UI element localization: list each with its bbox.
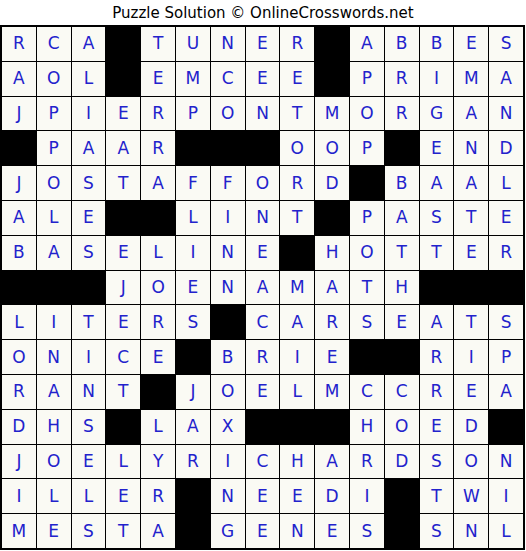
cell-r9c9: A bbox=[280, 305, 314, 339]
cell-r5c8: O bbox=[246, 166, 280, 200]
block-r8c2 bbox=[37, 271, 71, 305]
cell-r15c1: M bbox=[2, 514, 36, 548]
cell-r14c10: D bbox=[315, 479, 349, 513]
cell-r11c10: M bbox=[315, 375, 349, 409]
cell-r9c8: C bbox=[246, 305, 280, 339]
cell-r9c1: L bbox=[2, 305, 36, 339]
cell-r14c1: I bbox=[2, 479, 36, 513]
cell-r13c3: E bbox=[72, 445, 106, 479]
cell-r7c11: O bbox=[350, 236, 384, 270]
cell-r1c15: S bbox=[489, 27, 523, 61]
block-r2c4 bbox=[106, 62, 140, 96]
cell-r1c2: C bbox=[37, 27, 71, 61]
cell-r6c7: I bbox=[211, 201, 245, 235]
cell-r12c3: S bbox=[72, 410, 106, 444]
cell-r4c14: N bbox=[454, 131, 488, 165]
block-r12c10 bbox=[315, 410, 349, 444]
cell-r11c15: A bbox=[489, 375, 523, 409]
cell-r9c4: E bbox=[106, 305, 140, 339]
cell-r5c6: F bbox=[176, 166, 210, 200]
cell-r14c8: E bbox=[246, 479, 280, 513]
cell-r7c12: T bbox=[385, 236, 419, 270]
cell-r4c3: A bbox=[72, 131, 106, 165]
cell-r11c13: R bbox=[420, 375, 454, 409]
block-r14c6 bbox=[176, 479, 210, 513]
cell-r5c10: D bbox=[315, 166, 349, 200]
cell-r14c9: E bbox=[280, 479, 314, 513]
cell-r13c8: C bbox=[246, 445, 280, 479]
block-r5c11 bbox=[350, 166, 384, 200]
cell-r9c11: S bbox=[350, 305, 384, 339]
cell-r2c11: P bbox=[350, 62, 384, 96]
cell-r11c1: R bbox=[2, 375, 36, 409]
cell-r10c2: N bbox=[37, 340, 71, 374]
cell-r3c5: R bbox=[141, 97, 175, 131]
cell-r1c11: A bbox=[350, 27, 384, 61]
cell-r2c15: A bbox=[489, 62, 523, 96]
cell-r5c3: S bbox=[72, 166, 106, 200]
cell-r14c14: W bbox=[454, 479, 488, 513]
block-r12c4 bbox=[106, 410, 140, 444]
cell-r7c14: E bbox=[454, 236, 488, 270]
cell-r6c12: A bbox=[385, 201, 419, 235]
block-r8c15 bbox=[489, 271, 523, 305]
cell-r6c3: E bbox=[72, 201, 106, 235]
cell-r3c9: T bbox=[280, 97, 314, 131]
cell-r8c7: N bbox=[211, 271, 245, 305]
cell-r15c8: E bbox=[246, 514, 280, 548]
block-r12c15 bbox=[489, 410, 523, 444]
cell-r10c13: R bbox=[420, 340, 454, 374]
cell-r12c6: A bbox=[176, 410, 210, 444]
cell-r9c13: A bbox=[420, 305, 454, 339]
cell-r11c6: J bbox=[176, 375, 210, 409]
cell-r3c14: A bbox=[454, 97, 488, 131]
block-r2c10 bbox=[315, 62, 349, 96]
cell-r3c3: I bbox=[72, 97, 106, 131]
cell-r12c13: E bbox=[420, 410, 454, 444]
block-r12c9 bbox=[280, 410, 314, 444]
cell-r7c13: T bbox=[420, 236, 454, 270]
cell-r7c10: H bbox=[315, 236, 349, 270]
cell-r4c4: A bbox=[106, 131, 140, 165]
block-r14c12 bbox=[385, 479, 419, 513]
cell-r2c5: E bbox=[141, 62, 175, 96]
cell-r13c2: O bbox=[37, 445, 71, 479]
cell-r15c13: S bbox=[420, 514, 454, 548]
cell-r3c7: O bbox=[211, 97, 245, 131]
cell-r14c15: I bbox=[489, 479, 523, 513]
cell-r4c13: E bbox=[420, 131, 454, 165]
cell-r4c15: D bbox=[489, 131, 523, 165]
cell-r14c2: L bbox=[37, 479, 71, 513]
puzzle-solution-page: Puzzle Solution © OnlineCrosswords.net R… bbox=[0, 0, 526, 551]
cell-r1c7: N bbox=[211, 27, 245, 61]
cell-r8c8: A bbox=[246, 271, 280, 305]
block-r6c4 bbox=[106, 201, 140, 235]
cell-r12c5: L bbox=[141, 410, 175, 444]
cell-r4c10: O bbox=[315, 131, 349, 165]
block-r4c12 bbox=[385, 131, 419, 165]
cell-r2c14: M bbox=[454, 62, 488, 96]
cell-r1c5: T bbox=[141, 27, 175, 61]
cell-r8c5: O bbox=[141, 271, 175, 305]
cell-r10c1: O bbox=[2, 340, 36, 374]
cell-r6c13: S bbox=[420, 201, 454, 235]
cell-r3c15: N bbox=[489, 97, 523, 131]
block-r4c8 bbox=[246, 131, 280, 165]
cell-r11c3: N bbox=[72, 375, 106, 409]
cell-r5c4: T bbox=[106, 166, 140, 200]
block-r8c13 bbox=[420, 271, 454, 305]
cell-r2c8: E bbox=[246, 62, 280, 96]
block-r15c6 bbox=[176, 514, 210, 548]
cell-r11c12: C bbox=[385, 375, 419, 409]
block-r9c7 bbox=[211, 305, 245, 339]
block-r15c12 bbox=[385, 514, 419, 548]
cell-r13c6: R bbox=[176, 445, 210, 479]
cell-r10c10: E bbox=[315, 340, 349, 374]
cell-r7c1: B bbox=[2, 236, 36, 270]
cell-r9c6: S bbox=[176, 305, 210, 339]
cell-r1c1: R bbox=[2, 27, 36, 61]
cell-r13c11: R bbox=[350, 445, 384, 479]
cell-r7c8: E bbox=[246, 236, 280, 270]
cell-r1c3: A bbox=[72, 27, 106, 61]
block-r6c5 bbox=[141, 201, 175, 235]
cell-r6c6: L bbox=[176, 201, 210, 235]
block-r4c6 bbox=[176, 131, 210, 165]
cell-r2c9: E bbox=[280, 62, 314, 96]
cell-r12c7: X bbox=[211, 410, 245, 444]
cell-r1c6: U bbox=[176, 27, 210, 61]
cell-r10c9: I bbox=[280, 340, 314, 374]
cell-r8c11: T bbox=[350, 271, 384, 305]
cell-r7c7: N bbox=[211, 236, 245, 270]
block-r10c12 bbox=[385, 340, 419, 374]
block-r7c9 bbox=[280, 236, 314, 270]
cell-r5c12: B bbox=[385, 166, 419, 200]
cell-r9c12: E bbox=[385, 305, 419, 339]
cell-r12c14: D bbox=[454, 410, 488, 444]
cell-r15c2: E bbox=[37, 514, 71, 548]
cell-r12c1: D bbox=[2, 410, 36, 444]
cell-r5c1: J bbox=[2, 166, 36, 200]
cell-r7c2: A bbox=[37, 236, 71, 270]
cell-r8c6: E bbox=[176, 271, 210, 305]
cell-r11c4: T bbox=[106, 375, 140, 409]
cell-r14c11: I bbox=[350, 479, 384, 513]
cell-r9c5: R bbox=[141, 305, 175, 339]
cell-r3c2: P bbox=[37, 97, 71, 131]
cell-r9c14: T bbox=[454, 305, 488, 339]
cell-r13c9: H bbox=[280, 445, 314, 479]
cell-r11c8: E bbox=[246, 375, 280, 409]
block-r11c5 bbox=[141, 375, 175, 409]
block-r8c14 bbox=[454, 271, 488, 305]
cell-r1c14: E bbox=[454, 27, 488, 61]
cell-r6c1: A bbox=[2, 201, 36, 235]
cell-r1c12: B bbox=[385, 27, 419, 61]
cell-r5c7: F bbox=[211, 166, 245, 200]
cell-r7c4: E bbox=[106, 236, 140, 270]
cell-r8c10: A bbox=[315, 271, 349, 305]
cell-r11c9: L bbox=[280, 375, 314, 409]
cell-r7c3: S bbox=[72, 236, 106, 270]
cell-r5c5: A bbox=[141, 166, 175, 200]
block-r12c8 bbox=[246, 410, 280, 444]
cell-r15c4: T bbox=[106, 514, 140, 548]
cell-r12c12: O bbox=[385, 410, 419, 444]
cell-r5c2: O bbox=[37, 166, 71, 200]
cell-r14c3: L bbox=[72, 479, 106, 513]
cell-r11c7: O bbox=[211, 375, 245, 409]
cell-r10c15: P bbox=[489, 340, 523, 374]
cell-r5c9: R bbox=[280, 166, 314, 200]
cell-r10c14: I bbox=[454, 340, 488, 374]
cell-r11c14: E bbox=[454, 375, 488, 409]
cell-r11c2: A bbox=[37, 375, 71, 409]
cell-r2c6: M bbox=[176, 62, 210, 96]
cell-r9c2: I bbox=[37, 305, 71, 339]
cell-r7c5: L bbox=[141, 236, 175, 270]
cell-r10c7: B bbox=[211, 340, 245, 374]
cell-r15c7: G bbox=[211, 514, 245, 548]
cell-r5c14: A bbox=[454, 166, 488, 200]
cell-r4c9: O bbox=[280, 131, 314, 165]
cell-r10c5: E bbox=[141, 340, 175, 374]
cell-r15c15: L bbox=[489, 514, 523, 548]
cell-r5c13: A bbox=[420, 166, 454, 200]
cell-r1c13: B bbox=[420, 27, 454, 61]
cell-r14c4: E bbox=[106, 479, 140, 513]
cell-r12c11: H bbox=[350, 410, 384, 444]
cell-r3c1: J bbox=[2, 97, 36, 131]
cell-r15c3: S bbox=[72, 514, 106, 548]
cell-r14c13: T bbox=[420, 479, 454, 513]
block-r4c1 bbox=[2, 131, 36, 165]
cell-r2c12: R bbox=[385, 62, 419, 96]
cell-r8c9: M bbox=[280, 271, 314, 305]
title-bar: Puzzle Solution © OnlineCrosswords.net bbox=[0, 0, 526, 25]
cell-r2c3: L bbox=[72, 62, 106, 96]
cell-r13c14: O bbox=[454, 445, 488, 479]
cell-r9c3: T bbox=[72, 305, 106, 339]
cell-r10c8: R bbox=[246, 340, 280, 374]
block-r8c3 bbox=[72, 271, 106, 305]
block-r1c10 bbox=[315, 27, 349, 61]
block-r10c6 bbox=[176, 340, 210, 374]
cell-r7c15: R bbox=[489, 236, 523, 270]
cell-r3c4: E bbox=[106, 97, 140, 131]
cell-r3c13: G bbox=[420, 97, 454, 131]
cell-r15c9: N bbox=[280, 514, 314, 548]
cell-r13c12: D bbox=[385, 445, 419, 479]
cell-r5c15: L bbox=[489, 166, 523, 200]
cell-r10c3: I bbox=[72, 340, 106, 374]
cell-r13c15: N bbox=[489, 445, 523, 479]
cell-r13c1: J bbox=[2, 445, 36, 479]
block-r8c1 bbox=[2, 271, 36, 305]
cell-r4c11: P bbox=[350, 131, 384, 165]
cell-r15c5: A bbox=[141, 514, 175, 548]
cell-r13c4: L bbox=[106, 445, 140, 479]
cell-r8c4: J bbox=[106, 271, 140, 305]
cell-r6c8: N bbox=[246, 201, 280, 235]
cell-r6c15: E bbox=[489, 201, 523, 235]
cell-r4c2: P bbox=[37, 131, 71, 165]
block-r1c4 bbox=[106, 27, 140, 61]
cell-r3c10: M bbox=[315, 97, 349, 131]
cell-r15c11: S bbox=[350, 514, 384, 548]
cell-r15c10: E bbox=[315, 514, 349, 548]
cell-r1c8: E bbox=[246, 27, 280, 61]
cell-r6c11: P bbox=[350, 201, 384, 235]
cell-r6c14: T bbox=[454, 201, 488, 235]
cell-r3c6: P bbox=[176, 97, 210, 131]
cell-r2c13: I bbox=[420, 62, 454, 96]
cell-r15c14: N bbox=[454, 514, 488, 548]
cell-r1c9: R bbox=[280, 27, 314, 61]
cell-r6c2: L bbox=[37, 201, 71, 235]
block-r6c10 bbox=[315, 201, 349, 235]
cell-r6c9: T bbox=[280, 201, 314, 235]
cell-r7c6: I bbox=[176, 236, 210, 270]
cell-r2c1: A bbox=[2, 62, 36, 96]
cell-r13c10: A bbox=[315, 445, 349, 479]
cell-r2c2: O bbox=[37, 62, 71, 96]
block-r4c7 bbox=[211, 131, 245, 165]
cell-r8c12: H bbox=[385, 271, 419, 305]
cell-r9c15: S bbox=[489, 305, 523, 339]
cell-r10c4: C bbox=[106, 340, 140, 374]
cell-r14c7: N bbox=[211, 479, 245, 513]
cell-r3c11: O bbox=[350, 97, 384, 131]
cell-r14c5: R bbox=[141, 479, 175, 513]
cell-r13c7: I bbox=[211, 445, 245, 479]
cell-r2c7: C bbox=[211, 62, 245, 96]
cell-r13c13: S bbox=[420, 445, 454, 479]
cell-r3c8: N bbox=[246, 97, 280, 131]
cell-r11c11: C bbox=[350, 375, 384, 409]
crossword-grid: RCATUNERABBESAOLEMCEEPRIMAJPIERPONTMORGA… bbox=[0, 25, 525, 550]
cell-r13c5: Y bbox=[141, 445, 175, 479]
block-r10c11 bbox=[350, 340, 384, 374]
cell-r3c12: R bbox=[385, 97, 419, 131]
cell-r12c2: H bbox=[37, 410, 71, 444]
cell-r9c10: R bbox=[315, 305, 349, 339]
page-title: Puzzle Solution © OnlineCrosswords.net bbox=[112, 4, 413, 22]
cell-r4c5: R bbox=[141, 131, 175, 165]
